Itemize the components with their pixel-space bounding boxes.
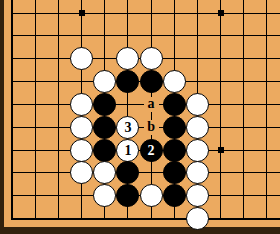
stone-white [186,139,209,162]
stone-white [70,47,93,70]
stone-white [186,207,209,230]
stone-white [70,161,93,184]
grid-line-vertical [35,0,36,220]
stone-black [163,139,186,162]
star-point [79,10,85,16]
stone-white [116,47,139,70]
stone-black [93,93,116,116]
stone-black [163,184,186,207]
stone-black [93,139,116,162]
grid-line-horizontal [11,35,280,36]
stone-white [93,161,116,184]
stone-black [116,184,139,207]
grid-line-horizontal [11,172,280,173]
go-diagram: ab312 [0,0,280,234]
stone-black [93,116,116,139]
stone-white [140,184,163,207]
star-point [218,147,224,153]
stone-black [163,93,186,116]
stone-white [93,70,116,93]
grid-line-horizontal [11,13,280,14]
stone-white [186,93,209,116]
grid-line-vertical [11,0,13,220]
move-number-2-black-stone: 2 [140,139,163,162]
stone-black [116,70,139,93]
grid-line-vertical [58,0,59,220]
move-number-3-white-stone: 3 [116,116,139,139]
stone-black [116,161,139,184]
star-point [218,10,224,16]
point-label-a: a [144,96,159,111]
stone-white [186,116,209,139]
stone-white [140,47,163,70]
grid-line-vertical [220,0,221,220]
stone-black [140,70,163,93]
stone-white [70,93,93,116]
stone-white [163,70,186,93]
stone-white [93,184,116,207]
grid-line-vertical [243,0,244,220]
board-bottom-side-shadow [0,227,280,234]
stone-black [163,161,186,184]
point-label-b: b [144,119,159,134]
board-left-side-shadow [0,0,4,234]
stone-white [70,139,93,162]
stone-black [163,116,186,139]
stone-white [186,161,209,184]
stone-white [70,116,93,139]
grid-line-vertical [266,0,267,220]
stone-white [186,184,209,207]
grid-line-horizontal [11,218,280,220]
move-number-1-white-stone: 1 [116,139,139,162]
